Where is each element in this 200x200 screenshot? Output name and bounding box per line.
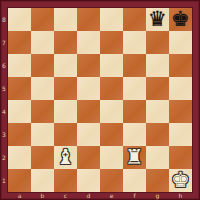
square-f2[interactable]: ♜ — [123, 146, 146, 169]
square-h3[interactable] — [169, 123, 192, 146]
square-c5[interactable] — [54, 77, 77, 100]
square-h8[interactable]: ♚ — [169, 8, 192, 31]
square-d2[interactable] — [77, 146, 100, 169]
square-f3[interactable] — [123, 123, 146, 146]
square-h7[interactable] — [169, 31, 192, 54]
square-b7[interactable] — [31, 31, 54, 54]
rank-label-5: 5 — [0, 86, 9, 92]
white-king-h1[interactable]: ♚ — [171, 169, 190, 192]
square-a7[interactable] — [8, 31, 31, 54]
rank-label-8: 8 — [0, 17, 9, 23]
square-c3[interactable] — [54, 123, 77, 146]
square-c1[interactable] — [54, 169, 77, 192]
file-label-e: e — [107, 193, 117, 199]
square-h1[interactable]: ♚ — [169, 169, 192, 192]
square-b2[interactable] — [31, 146, 54, 169]
rank-label-3: 3 — [0, 132, 9, 138]
square-f7[interactable] — [123, 31, 146, 54]
square-b6[interactable] — [31, 54, 54, 77]
rank-label-4: 4 — [0, 109, 9, 115]
square-h5[interactable] — [169, 77, 192, 100]
square-e3[interactable] — [100, 123, 123, 146]
square-c4[interactable] — [54, 100, 77, 123]
file-label-g: g — [153, 193, 163, 199]
square-e1[interactable] — [100, 169, 123, 192]
square-d4[interactable] — [77, 100, 100, 123]
square-a3[interactable] — [8, 123, 31, 146]
square-b1[interactable] — [31, 169, 54, 192]
file-label-f: f — [130, 193, 140, 199]
square-e4[interactable] — [100, 100, 123, 123]
square-d1[interactable] — [77, 169, 100, 192]
rank-label-6: 6 — [0, 63, 9, 69]
square-e8[interactable] — [100, 8, 123, 31]
square-a1[interactable] — [8, 169, 31, 192]
square-d8[interactable] — [77, 8, 100, 31]
square-g7[interactable] — [146, 31, 169, 54]
file-label-h: h — [176, 193, 186, 199]
square-c6[interactable] — [54, 54, 77, 77]
square-a8[interactable] — [8, 8, 31, 31]
square-f4[interactable] — [123, 100, 146, 123]
square-b4[interactable] — [31, 100, 54, 123]
square-f1[interactable] — [123, 169, 146, 192]
square-g5[interactable] — [146, 77, 169, 100]
square-g8[interactable]: ♛ — [146, 8, 169, 31]
square-f8[interactable] — [123, 8, 146, 31]
square-c8[interactable] — [54, 8, 77, 31]
rank-label-7: 7 — [0, 40, 9, 46]
square-g3[interactable] — [146, 123, 169, 146]
square-h4[interactable] — [169, 100, 192, 123]
square-a6[interactable] — [8, 54, 31, 77]
chess-board-stage: ♛♚♝♜♚ 87654321abcdefgh — [0, 0, 200, 200]
file-label-d: d — [84, 193, 94, 199]
square-g6[interactable] — [146, 54, 169, 77]
square-f6[interactable] — [123, 54, 146, 77]
square-d3[interactable] — [77, 123, 100, 146]
square-f5[interactable] — [123, 77, 146, 100]
square-h6[interactable] — [169, 54, 192, 77]
rank-label-2: 2 — [0, 155, 9, 161]
square-e2[interactable] — [100, 146, 123, 169]
chess-board: ♛♚♝♜♚ — [8, 8, 192, 192]
square-h2[interactable] — [169, 146, 192, 169]
square-g4[interactable] — [146, 100, 169, 123]
square-e7[interactable] — [100, 31, 123, 54]
square-e6[interactable] — [100, 54, 123, 77]
rank-label-1: 1 — [0, 178, 9, 184]
black-king-h8[interactable]: ♚ — [171, 8, 190, 31]
square-g2[interactable] — [146, 146, 169, 169]
square-b5[interactable] — [31, 77, 54, 100]
file-label-a: a — [15, 193, 25, 199]
white-rook-f2[interactable]: ♜ — [125, 146, 144, 169]
square-d6[interactable] — [77, 54, 100, 77]
square-b8[interactable] — [31, 8, 54, 31]
square-d7[interactable] — [77, 31, 100, 54]
black-queen-g8[interactable]: ♛ — [148, 8, 167, 31]
file-label-b: b — [38, 193, 48, 199]
square-c2[interactable]: ♝ — [54, 146, 77, 169]
square-e5[interactable] — [100, 77, 123, 100]
square-a5[interactable] — [8, 77, 31, 100]
file-label-c: c — [61, 193, 71, 199]
square-b3[interactable] — [31, 123, 54, 146]
square-c7[interactable] — [54, 31, 77, 54]
square-g1[interactable] — [146, 169, 169, 192]
square-a4[interactable] — [8, 100, 31, 123]
square-d5[interactable] — [77, 77, 100, 100]
square-a2[interactable] — [8, 146, 31, 169]
white-bishop-c2[interactable]: ♝ — [56, 146, 75, 169]
